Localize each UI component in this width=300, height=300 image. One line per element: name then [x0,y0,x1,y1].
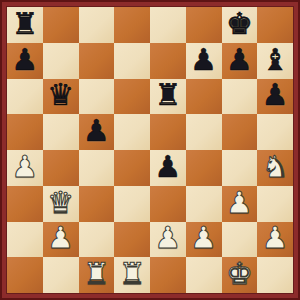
square-b4[interactable] [43,150,79,186]
white-pawn-h2[interactable]: ♟ [262,223,289,253]
square-b6[interactable]: ♛ [43,79,79,115]
square-c7[interactable] [79,43,115,79]
black-pawn-h6[interactable]: ♟ [262,80,289,110]
square-c1[interactable]: ♜ [79,257,115,293]
square-a8[interactable]: ♜ [7,7,43,43]
white-rook-c1[interactable]: ♜ [83,259,110,289]
square-c5[interactable]: ♟ [79,114,115,150]
white-pawn-a4[interactable]: ♟ [11,152,38,182]
square-h1[interactable] [257,257,293,293]
white-pawn-b2[interactable]: ♟ [47,223,74,253]
square-d2[interactable] [114,222,150,258]
square-g3[interactable]: ♟ [222,186,258,222]
square-g8[interactable]: ♚ [222,7,258,43]
square-b8[interactable] [43,7,79,43]
square-h5[interactable] [257,114,293,150]
square-a2[interactable] [7,222,43,258]
square-b1[interactable] [43,257,79,293]
square-g1[interactable]: ♚ [222,257,258,293]
square-g5[interactable] [222,114,258,150]
square-f4[interactable] [186,150,222,186]
square-h7[interactable]: ♝ [257,43,293,79]
square-e4[interactable]: ♟ [150,150,186,186]
black-pawn-a7[interactable]: ♟ [11,45,38,75]
square-a4[interactable]: ♟ [7,150,43,186]
square-d6[interactable] [114,79,150,115]
square-c4[interactable] [79,150,115,186]
square-f7[interactable]: ♟ [186,43,222,79]
square-f1[interactable] [186,257,222,293]
square-f6[interactable] [186,79,222,115]
square-g7[interactable]: ♟ [222,43,258,79]
square-d4[interactable] [114,150,150,186]
square-d3[interactable] [114,186,150,222]
black-king-g8[interactable]: ♚ [226,9,253,39]
square-g6[interactable] [222,79,258,115]
chess-board-frame: ♜♚♟♟♟♝♛♜♟♟♟♟♞♛♟♟♟♟♟♜♜♚ [0,0,300,300]
black-rook-e6[interactable]: ♜ [154,80,181,110]
square-d1[interactable]: ♜ [114,257,150,293]
square-b7[interactable] [43,43,79,79]
square-b2[interactable]: ♟ [43,222,79,258]
black-queen-b6[interactable]: ♛ [47,80,74,110]
square-e7[interactable] [150,43,186,79]
white-knight-h4[interactable]: ♞ [262,152,289,182]
white-pawn-e2[interactable]: ♟ [154,223,181,253]
square-e6[interactable]: ♜ [150,79,186,115]
square-c3[interactable] [79,186,115,222]
square-h8[interactable] [257,7,293,43]
square-a5[interactable] [7,114,43,150]
square-f3[interactable] [186,186,222,222]
square-a3[interactable] [7,186,43,222]
square-c8[interactable] [79,7,115,43]
white-queen-b3[interactable]: ♛ [47,188,74,218]
white-king-g1[interactable]: ♚ [226,259,253,289]
square-h3[interactable] [257,186,293,222]
square-a6[interactable] [7,79,43,115]
black-pawn-f7[interactable]: ♟ [190,45,217,75]
square-f5[interactable] [186,114,222,150]
square-h2[interactable]: ♟ [257,222,293,258]
black-pawn-e4[interactable]: ♟ [154,152,181,182]
square-h6[interactable]: ♟ [257,79,293,115]
square-e5[interactable] [150,114,186,150]
black-bishop-h7[interactable]: ♝ [262,45,289,75]
black-rook-a8[interactable]: ♜ [11,9,38,39]
square-c2[interactable] [79,222,115,258]
chess-board: ♜♚♟♟♟♝♛♜♟♟♟♟♞♛♟♟♟♟♟♜♜♚ [7,7,293,293]
black-pawn-g7[interactable]: ♟ [226,45,253,75]
square-d5[interactable] [114,114,150,150]
square-f8[interactable] [186,7,222,43]
square-a7[interactable]: ♟ [7,43,43,79]
square-b5[interactable] [43,114,79,150]
black-pawn-c5[interactable]: ♟ [83,116,110,146]
square-g2[interactable] [222,222,258,258]
square-g4[interactable] [222,150,258,186]
square-d8[interactable] [114,7,150,43]
square-a1[interactable] [7,257,43,293]
square-e3[interactable] [150,186,186,222]
square-e1[interactable] [150,257,186,293]
square-b3[interactable]: ♛ [43,186,79,222]
square-e2[interactable]: ♟ [150,222,186,258]
square-c6[interactable] [79,79,115,115]
square-d7[interactable] [114,43,150,79]
square-h4[interactable]: ♞ [257,150,293,186]
square-e8[interactable] [150,7,186,43]
square-f2[interactable]: ♟ [186,222,222,258]
white-pawn-g3[interactable]: ♟ [226,188,253,218]
white-pawn-f2[interactable]: ♟ [190,223,217,253]
white-rook-d1[interactable]: ♜ [119,259,146,289]
